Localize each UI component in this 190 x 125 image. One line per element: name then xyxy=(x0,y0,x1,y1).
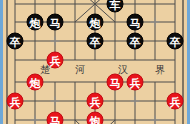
xiangqi-board[interactable]: 楚河汉界车炮马炮马卒卒卒卒兵炮马兵兵兵兵马炮 xyxy=(3,0,187,124)
river-label: 界 xyxy=(155,63,165,77)
river-label: 河 xyxy=(75,63,85,77)
xiangqi-app-window: 楚河汉界车炮马炮马卒卒卒卒兵炮马兵兵兵兵马炮 xyxy=(0,0,190,124)
piece-red-soldier[interactable]: 兵 xyxy=(167,93,184,110)
piece-red-horse[interactable]: 马 xyxy=(47,112,64,125)
point-marker-icon xyxy=(131,97,140,106)
piece-red-soldier[interactable]: 兵 xyxy=(127,74,144,91)
piece-black-soldier[interactable]: 卒 xyxy=(7,33,24,50)
point-marker-icon xyxy=(151,116,160,125)
piece-black-cannon[interactable]: 炮 xyxy=(87,14,104,31)
piece-black-soldier[interactable]: 卒 xyxy=(167,33,184,50)
piece-red-cannon[interactable]: 炮 xyxy=(87,112,104,125)
piece-red-cannon[interactable]: 炮 xyxy=(27,74,44,91)
piece-black-soldier[interactable]: 卒 xyxy=(87,33,104,50)
piece-red-soldier[interactable]: 兵 xyxy=(47,52,64,69)
piece-red-soldier[interactable]: 兵 xyxy=(7,93,24,110)
piece-black-horse[interactable]: 马 xyxy=(127,14,144,31)
piece-black-cannon[interactable]: 炮 xyxy=(27,14,44,31)
point-marker-icon xyxy=(51,97,60,106)
point-marker-icon xyxy=(151,18,160,27)
piece-black-soldier[interactable]: 卒 xyxy=(127,33,144,50)
point-marker-icon xyxy=(31,116,40,125)
piece-black-horse[interactable]: 马 xyxy=(47,14,64,31)
point-marker-icon xyxy=(51,37,60,46)
piece-red-soldier[interactable]: 兵 xyxy=(87,93,104,110)
piece-red-horse[interactable]: 马 xyxy=(107,74,124,91)
